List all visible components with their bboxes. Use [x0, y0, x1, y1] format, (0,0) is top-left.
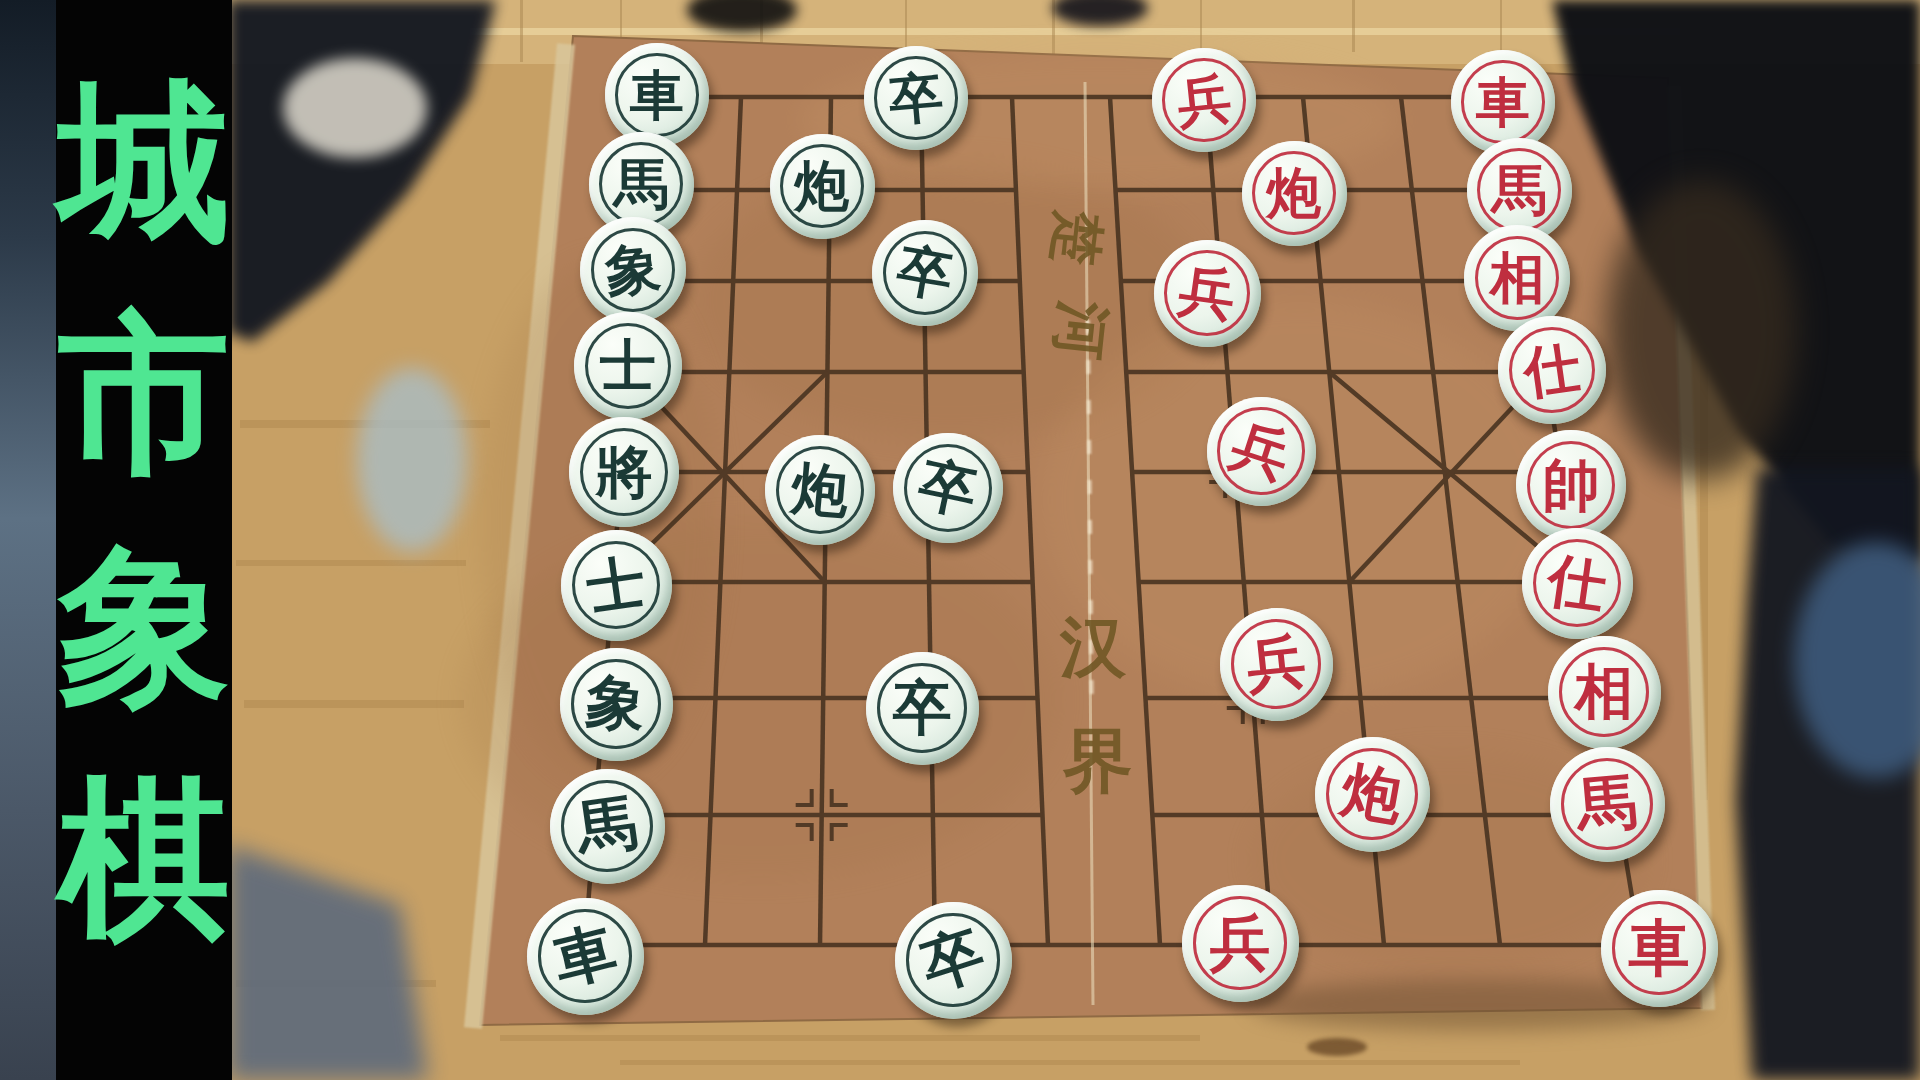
bag-left: [357, 368, 467, 552]
piece-black-soldier-4: 卒: [866, 652, 979, 765]
piece-red-soldier-4: 兵: [1220, 608, 1333, 721]
piece-black-general: 將: [569, 417, 679, 527]
banner-char-3: 象: [58, 540, 230, 712]
piece-black-advisor-a: 士: [574, 312, 682, 420]
piece-red-soldier-1: 兵: [1152, 48, 1256, 152]
piece-red-advisor-b: 仕: [1522, 528, 1633, 639]
piece-red-soldier-3: 兵: [1207, 397, 1316, 506]
piece-black-cannon-a: 炮: [770, 134, 875, 239]
banner-char-1: 城: [58, 76, 230, 248]
piece-black-cannon-b-moved-to-centre: 炮: [765, 435, 875, 545]
piece-red-soldier-5: 兵: [1182, 885, 1299, 1002]
piece-red-cannon-b: 炮: [1315, 737, 1430, 852]
river-char-chu: 楚: [1037, 207, 1115, 268]
river-char-han: 汉: [1060, 603, 1126, 693]
river-char-he: 河: [1038, 297, 1122, 363]
piece-black-soldier-2: 卒: [872, 220, 978, 326]
title-banner: 城 市 象 棋: [56, 0, 232, 1080]
piece-black-chariot-b: 車: [527, 898, 644, 1015]
piece-black-chariot-a: 車: [605, 43, 709, 147]
piece-black-horse-b: 馬: [550, 769, 665, 884]
river-char-jie: 界: [1063, 715, 1133, 809]
banner-char-2: 市: [58, 308, 230, 480]
piece-black-advisor-b: 士: [561, 530, 672, 641]
paper-top-left: [283, 58, 427, 158]
banner-char-4: 棋: [58, 772, 230, 944]
piece-red-chariot-a: 車: [1451, 50, 1555, 154]
clothing-left-strip: [0, 0, 56, 1080]
piece-red-soldier-2: 兵: [1154, 240, 1261, 347]
piece-black-soldier-1: 卒: [864, 46, 968, 150]
piece-red-advisor-a: 仕: [1498, 316, 1606, 424]
piece-black-elephant-b: 象: [560, 648, 673, 761]
photo-stage: 城 市 象 棋 楚 河 汉 界 車馬象士將士象馬車炮炮卒卒卒卒卒兵兵兵兵兵炮炮車…: [0, 0, 1920, 1080]
piece-red-general: 帥: [1516, 430, 1626, 540]
piece-red-chariot-b: 車: [1601, 890, 1718, 1007]
arm-motion-blur: [1607, 180, 1797, 480]
piece-black-soldier-3: 卒: [893, 433, 1003, 543]
piece-red-elephant-b: 相: [1548, 636, 1661, 749]
piece-red-cannon-a: 炮: [1242, 141, 1347, 246]
piece-black-elephant-a: 象: [580, 217, 686, 323]
piece-black-soldier-5: 卒: [895, 902, 1012, 1019]
piece-red-horse-b: 馬: [1550, 747, 1665, 862]
